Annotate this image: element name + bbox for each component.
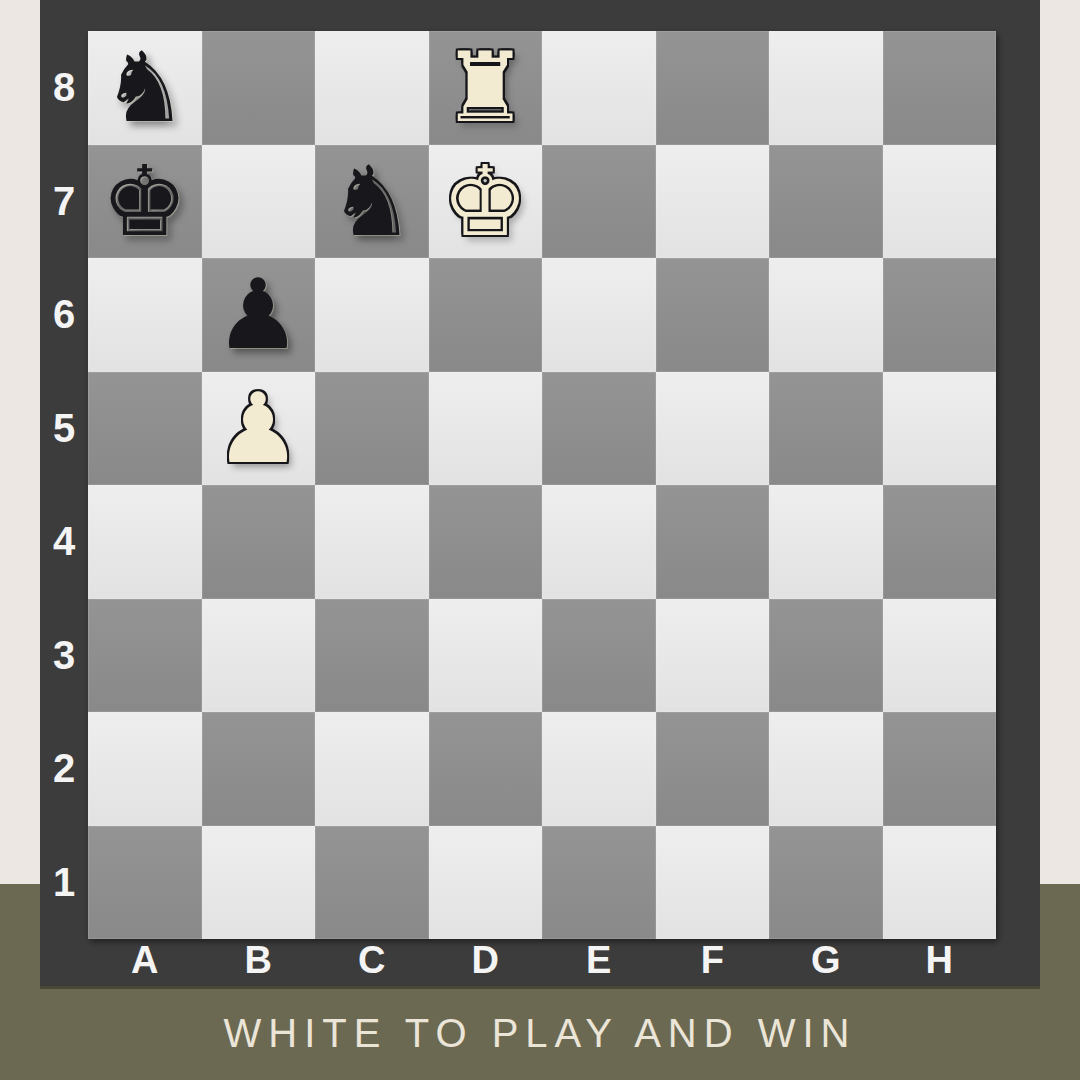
square-e6[interactable] — [542, 258, 656, 372]
square-b3[interactable] — [202, 599, 316, 713]
piece-black-knight: ♞ — [328, 153, 415, 250]
square-c8[interactable] — [315, 31, 429, 145]
caption-white-to-play: WHITE TO PLAY AND WIN — [0, 986, 1080, 1080]
square-a7[interactable]: ♚ — [88, 145, 202, 259]
square-a2[interactable] — [88, 712, 202, 826]
rank-label-6: 6 — [40, 258, 88, 372]
square-f5[interactable] — [656, 372, 770, 486]
square-c4[interactable] — [315, 485, 429, 599]
square-b7[interactable] — [202, 145, 316, 259]
piece-white-rook: ♜ — [442, 39, 529, 136]
square-c6[interactable] — [315, 258, 429, 372]
rank-label-5: 5 — [40, 372, 88, 486]
square-h6[interactable] — [883, 258, 997, 372]
square-g2[interactable] — [769, 712, 883, 826]
square-h5[interactable] — [883, 372, 997, 486]
square-e3[interactable] — [542, 599, 656, 713]
square-h8[interactable] — [883, 31, 997, 145]
square-b2[interactable] — [202, 712, 316, 826]
file-label-a: A — [88, 939, 202, 986]
rank-label-8: 8 — [40, 31, 88, 145]
square-f2[interactable] — [656, 712, 770, 826]
square-c5[interactable] — [315, 372, 429, 486]
file-label-h: H — [883, 939, 997, 986]
file-label-c: C — [315, 939, 429, 986]
square-d2[interactable] — [429, 712, 543, 826]
square-g1[interactable] — [769, 826, 883, 940]
rank-label-7: 7 — [40, 145, 88, 259]
square-g5[interactable] — [769, 372, 883, 486]
piece-white-pawn: ♟ — [215, 380, 302, 477]
square-d4[interactable] — [429, 485, 543, 599]
square-h4[interactable] — [883, 485, 997, 599]
rank-label-3: 3 — [40, 599, 88, 713]
square-h1[interactable] — [883, 826, 997, 940]
square-b6[interactable]: ♟ — [202, 258, 316, 372]
square-d8[interactable]: ♜ — [429, 31, 543, 145]
square-c3[interactable] — [315, 599, 429, 713]
square-h3[interactable] — [883, 599, 997, 713]
square-f1[interactable] — [656, 826, 770, 940]
rank-labels: 87654321 — [40, 31, 88, 939]
square-f3[interactable] — [656, 599, 770, 713]
square-e7[interactable] — [542, 145, 656, 259]
square-d5[interactable] — [429, 372, 543, 486]
square-d3[interactable] — [429, 599, 543, 713]
square-f7[interactable] — [656, 145, 770, 259]
square-e8[interactable] — [542, 31, 656, 145]
file-label-d: D — [429, 939, 543, 986]
square-b4[interactable] — [202, 485, 316, 599]
chess-board-frame: 87654321 ♞♜♚♞♚♟♟ ABCDEFGH — [40, 0, 1040, 986]
rank-label-1: 1 — [40, 826, 88, 940]
square-a1[interactable] — [88, 826, 202, 940]
file-label-f: F — [656, 939, 770, 986]
square-g3[interactable] — [769, 599, 883, 713]
square-f8[interactable] — [656, 31, 770, 145]
square-c1[interactable] — [315, 826, 429, 940]
chess-board: ♞♜♚♞♚♟♟ — [88, 31, 996, 939]
square-b1[interactable] — [202, 826, 316, 940]
piece-black-knight: ♞ — [101, 39, 188, 136]
piece-black-king: ♚ — [101, 153, 188, 250]
square-h7[interactable] — [883, 145, 997, 259]
file-label-b: B — [202, 939, 316, 986]
piece-white-king: ♚ — [442, 153, 529, 250]
square-f4[interactable] — [656, 485, 770, 599]
square-a6[interactable] — [88, 258, 202, 372]
piece-black-pawn: ♟ — [215, 266, 302, 363]
square-g8[interactable] — [769, 31, 883, 145]
square-c2[interactable] — [315, 712, 429, 826]
square-e4[interactable] — [542, 485, 656, 599]
file-label-g: G — [769, 939, 883, 986]
square-a8[interactable]: ♞ — [88, 31, 202, 145]
square-e1[interactable] — [542, 826, 656, 940]
square-f6[interactable] — [656, 258, 770, 372]
rank-label-2: 2 — [40, 712, 88, 826]
square-b5[interactable]: ♟ — [202, 372, 316, 486]
rank-label-4: 4 — [40, 485, 88, 599]
square-a4[interactable] — [88, 485, 202, 599]
square-e5[interactable] — [542, 372, 656, 486]
square-a3[interactable] — [88, 599, 202, 713]
square-d6[interactable] — [429, 258, 543, 372]
square-g6[interactable] — [769, 258, 883, 372]
square-g7[interactable] — [769, 145, 883, 259]
file-label-e: E — [542, 939, 656, 986]
square-d1[interactable] — [429, 826, 543, 940]
square-c7[interactable]: ♞ — [315, 145, 429, 259]
square-a5[interactable] — [88, 372, 202, 486]
square-d7[interactable]: ♚ — [429, 145, 543, 259]
square-g4[interactable] — [769, 485, 883, 599]
square-b8[interactable] — [202, 31, 316, 145]
square-e2[interactable] — [542, 712, 656, 826]
square-h2[interactable] — [883, 712, 997, 826]
file-labels: ABCDEFGH — [88, 939, 996, 986]
